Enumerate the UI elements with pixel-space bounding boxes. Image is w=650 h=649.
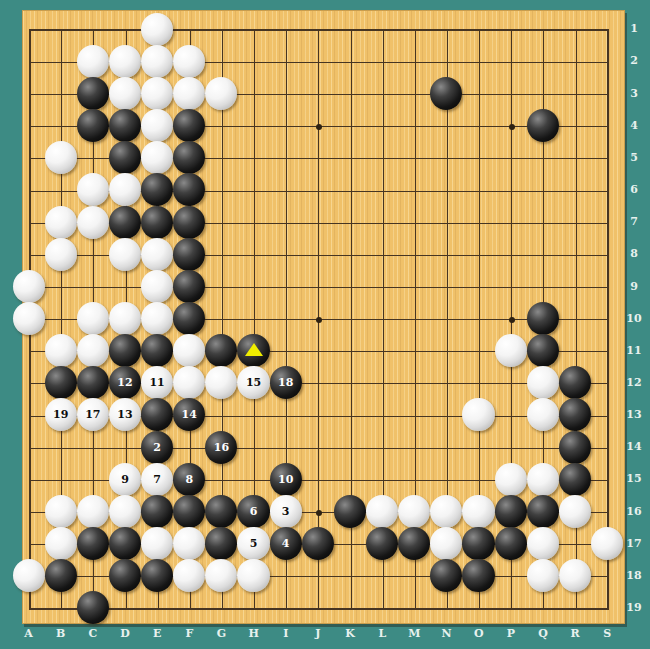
intersection-N17[interactable] bbox=[430, 527, 462, 559]
intersection-G13[interactable] bbox=[205, 399, 237, 431]
intersection-K9[interactable] bbox=[334, 270, 366, 302]
intersection-O5[interactable] bbox=[462, 142, 494, 174]
intersection-I13[interactable] bbox=[270, 399, 302, 431]
intersection-H16[interactable]: 6 bbox=[237, 495, 269, 527]
intersection-M15[interactable] bbox=[398, 463, 430, 495]
intersection-J1[interactable] bbox=[302, 13, 334, 45]
intersection-D2[interactable] bbox=[109, 45, 141, 77]
intersection-A5[interactable] bbox=[13, 142, 45, 174]
intersection-J13[interactable] bbox=[302, 399, 334, 431]
intersection-Q17[interactable] bbox=[527, 527, 559, 559]
intersection-S11[interactable] bbox=[591, 335, 623, 367]
intersection-B13[interactable]: 19 bbox=[45, 399, 77, 431]
intersection-L17[interactable] bbox=[366, 527, 398, 559]
intersection-J14[interactable] bbox=[302, 431, 334, 463]
intersection-K8[interactable] bbox=[334, 238, 366, 270]
intersection-J10[interactable] bbox=[302, 302, 334, 334]
intersection-G2[interactable] bbox=[205, 45, 237, 77]
intersection-H19[interactable] bbox=[237, 592, 269, 624]
intersection-O9[interactable] bbox=[462, 270, 494, 302]
intersection-M3[interactable] bbox=[398, 77, 430, 109]
intersection-L16[interactable] bbox=[366, 495, 398, 527]
intersection-F3[interactable] bbox=[173, 77, 205, 109]
intersection-M2[interactable] bbox=[398, 45, 430, 77]
intersection-G4[interactable] bbox=[205, 110, 237, 142]
intersection-H15[interactable] bbox=[237, 463, 269, 495]
intersection-C4[interactable] bbox=[77, 110, 109, 142]
intersection-A1[interactable] bbox=[13, 13, 45, 45]
intersection-H18[interactable] bbox=[237, 560, 269, 592]
intersection-R16[interactable] bbox=[559, 495, 591, 527]
intersection-D4[interactable] bbox=[109, 110, 141, 142]
intersection-L15[interactable] bbox=[366, 463, 398, 495]
intersection-B19[interactable] bbox=[45, 592, 77, 624]
intersection-S8[interactable] bbox=[591, 238, 623, 270]
intersection-E17[interactable] bbox=[141, 527, 173, 559]
intersection-R1[interactable] bbox=[559, 13, 591, 45]
intersection-E4[interactable] bbox=[141, 110, 173, 142]
intersection-O3[interactable] bbox=[462, 77, 494, 109]
intersection-Q18[interactable] bbox=[527, 560, 559, 592]
intersection-E14[interactable]: 2 bbox=[141, 431, 173, 463]
intersection-J5[interactable] bbox=[302, 142, 334, 174]
intersection-A15[interactable] bbox=[13, 463, 45, 495]
intersection-G8[interactable] bbox=[205, 238, 237, 270]
intersection-S14[interactable] bbox=[591, 431, 623, 463]
intersection-A3[interactable] bbox=[13, 77, 45, 109]
intersection-C10[interactable] bbox=[77, 302, 109, 334]
intersection-N10[interactable] bbox=[430, 302, 462, 334]
intersection-Q2[interactable] bbox=[527, 45, 559, 77]
intersection-B4[interactable] bbox=[45, 110, 77, 142]
intersection-C18[interactable] bbox=[77, 560, 109, 592]
intersection-E11[interactable] bbox=[141, 335, 173, 367]
intersection-E5[interactable] bbox=[141, 142, 173, 174]
intersection-R6[interactable] bbox=[559, 174, 591, 206]
intersection-B5[interactable] bbox=[45, 142, 77, 174]
intersection-G16[interactable] bbox=[205, 495, 237, 527]
intersection-A18[interactable] bbox=[13, 560, 45, 592]
intersection-M6[interactable] bbox=[398, 174, 430, 206]
intersection-H4[interactable] bbox=[237, 110, 269, 142]
intersection-Q4[interactable] bbox=[527, 110, 559, 142]
intersection-M10[interactable] bbox=[398, 302, 430, 334]
intersection-D9[interactable] bbox=[109, 270, 141, 302]
intersection-F1[interactable] bbox=[173, 13, 205, 45]
intersection-N12[interactable] bbox=[430, 367, 462, 399]
intersection-Q1[interactable] bbox=[527, 13, 559, 45]
intersection-J4[interactable] bbox=[302, 110, 334, 142]
intersection-J19[interactable] bbox=[302, 592, 334, 624]
intersection-E3[interactable] bbox=[141, 77, 173, 109]
intersection-R2[interactable] bbox=[559, 45, 591, 77]
intersection-K11[interactable] bbox=[334, 335, 366, 367]
intersection-O2[interactable] bbox=[462, 45, 494, 77]
intersection-L18[interactable] bbox=[366, 560, 398, 592]
intersection-E10[interactable] bbox=[141, 302, 173, 334]
intersection-N13[interactable] bbox=[430, 399, 462, 431]
intersection-N3[interactable] bbox=[430, 77, 462, 109]
intersection-Q13[interactable] bbox=[527, 399, 559, 431]
intersection-Q3[interactable] bbox=[527, 77, 559, 109]
intersection-B18[interactable] bbox=[45, 560, 77, 592]
intersection-P1[interactable] bbox=[495, 13, 527, 45]
intersection-R4[interactable] bbox=[559, 110, 591, 142]
intersection-L6[interactable] bbox=[366, 174, 398, 206]
intersection-F15[interactable]: 8 bbox=[173, 463, 205, 495]
intersection-K15[interactable] bbox=[334, 463, 366, 495]
intersection-K13[interactable] bbox=[334, 399, 366, 431]
intersection-K6[interactable] bbox=[334, 174, 366, 206]
intersection-P6[interactable] bbox=[495, 174, 527, 206]
intersection-J6[interactable] bbox=[302, 174, 334, 206]
intersection-I6[interactable] bbox=[270, 174, 302, 206]
intersection-C11[interactable] bbox=[77, 335, 109, 367]
intersection-E8[interactable] bbox=[141, 238, 173, 270]
intersection-S2[interactable] bbox=[591, 45, 623, 77]
intersection-F5[interactable] bbox=[173, 142, 205, 174]
intersection-O1[interactable] bbox=[462, 13, 494, 45]
intersection-G18[interactable] bbox=[205, 560, 237, 592]
intersection-R11[interactable] bbox=[559, 335, 591, 367]
intersection-D7[interactable] bbox=[109, 206, 141, 238]
intersection-J8[interactable] bbox=[302, 238, 334, 270]
intersection-N4[interactable] bbox=[430, 110, 462, 142]
intersection-I10[interactable] bbox=[270, 302, 302, 334]
intersection-M17[interactable] bbox=[398, 527, 430, 559]
intersection-H8[interactable] bbox=[237, 238, 269, 270]
intersection-F6[interactable] bbox=[173, 174, 205, 206]
intersection-O7[interactable] bbox=[462, 206, 494, 238]
intersection-I15[interactable]: 10 bbox=[270, 463, 302, 495]
intersection-H5[interactable] bbox=[237, 142, 269, 174]
intersection-P3[interactable] bbox=[495, 77, 527, 109]
intersection-O10[interactable] bbox=[462, 302, 494, 334]
intersection-E1[interactable] bbox=[141, 13, 173, 45]
intersection-B9[interactable] bbox=[45, 270, 77, 302]
intersection-M9[interactable] bbox=[398, 270, 430, 302]
intersection-J12[interactable] bbox=[302, 367, 334, 399]
intersection-A17[interactable] bbox=[13, 527, 45, 559]
intersection-A9[interactable] bbox=[13, 270, 45, 302]
intersection-D11[interactable] bbox=[109, 335, 141, 367]
intersection-R14[interactable] bbox=[559, 431, 591, 463]
intersection-N15[interactable] bbox=[430, 463, 462, 495]
intersection-H7[interactable] bbox=[237, 206, 269, 238]
intersection-K16[interactable] bbox=[334, 495, 366, 527]
intersection-S6[interactable] bbox=[591, 174, 623, 206]
intersection-I12[interactable]: 18 bbox=[270, 367, 302, 399]
intersection-G11[interactable] bbox=[205, 335, 237, 367]
intersection-M7[interactable] bbox=[398, 206, 430, 238]
intersection-B15[interactable] bbox=[45, 463, 77, 495]
intersection-L14[interactable] bbox=[366, 431, 398, 463]
intersection-N1[interactable] bbox=[430, 13, 462, 45]
intersection-P10[interactable] bbox=[495, 302, 527, 334]
intersection-L8[interactable] bbox=[366, 238, 398, 270]
intersection-F14[interactable] bbox=[173, 431, 205, 463]
intersection-F12[interactable] bbox=[173, 367, 205, 399]
intersection-G6[interactable] bbox=[205, 174, 237, 206]
intersection-G19[interactable] bbox=[205, 592, 237, 624]
intersection-J15[interactable] bbox=[302, 463, 334, 495]
intersection-G1[interactable] bbox=[205, 13, 237, 45]
intersection-G12[interactable] bbox=[205, 367, 237, 399]
intersection-S18[interactable] bbox=[591, 560, 623, 592]
intersection-L4[interactable] bbox=[366, 110, 398, 142]
intersection-L10[interactable] bbox=[366, 302, 398, 334]
intersection-S19[interactable] bbox=[591, 592, 623, 624]
intersection-A16[interactable] bbox=[13, 495, 45, 527]
intersection-O18[interactable] bbox=[462, 560, 494, 592]
intersection-B11[interactable] bbox=[45, 335, 77, 367]
intersection-P13[interactable] bbox=[495, 399, 527, 431]
intersection-K10[interactable] bbox=[334, 302, 366, 334]
intersection-O11[interactable] bbox=[462, 335, 494, 367]
intersection-P15[interactable] bbox=[495, 463, 527, 495]
intersection-C14[interactable] bbox=[77, 431, 109, 463]
intersection-H14[interactable] bbox=[237, 431, 269, 463]
intersection-F4[interactable] bbox=[173, 110, 205, 142]
intersection-K12[interactable] bbox=[334, 367, 366, 399]
intersection-O16[interactable] bbox=[462, 495, 494, 527]
intersection-D10[interactable] bbox=[109, 302, 141, 334]
intersection-A11[interactable] bbox=[13, 335, 45, 367]
intersection-D17[interactable] bbox=[109, 527, 141, 559]
intersection-N8[interactable] bbox=[430, 238, 462, 270]
intersection-E2[interactable] bbox=[141, 45, 173, 77]
intersection-D15[interactable]: 9 bbox=[109, 463, 141, 495]
intersection-N6[interactable] bbox=[430, 174, 462, 206]
intersection-K4[interactable] bbox=[334, 110, 366, 142]
intersection-Q19[interactable] bbox=[527, 592, 559, 624]
intersection-S1[interactable] bbox=[591, 13, 623, 45]
intersection-G14[interactable]: 16 bbox=[205, 431, 237, 463]
intersection-L11[interactable] bbox=[366, 335, 398, 367]
intersection-S15[interactable] bbox=[591, 463, 623, 495]
intersection-P16[interactable] bbox=[495, 495, 527, 527]
intersection-O8[interactable] bbox=[462, 238, 494, 270]
intersection-B3[interactable] bbox=[45, 77, 77, 109]
intersection-I9[interactable] bbox=[270, 270, 302, 302]
intersection-O6[interactable] bbox=[462, 174, 494, 206]
intersection-A4[interactable] bbox=[13, 110, 45, 142]
intersection-G10[interactable] bbox=[205, 302, 237, 334]
intersection-A10[interactable] bbox=[13, 302, 45, 334]
intersection-K3[interactable] bbox=[334, 77, 366, 109]
intersection-P8[interactable] bbox=[495, 238, 527, 270]
intersection-I3[interactable] bbox=[270, 77, 302, 109]
intersection-J9[interactable] bbox=[302, 270, 334, 302]
intersection-L12[interactable] bbox=[366, 367, 398, 399]
intersection-N5[interactable] bbox=[430, 142, 462, 174]
intersection-Q5[interactable] bbox=[527, 142, 559, 174]
intersection-D12[interactable]: 12 bbox=[109, 367, 141, 399]
intersection-O15[interactable] bbox=[462, 463, 494, 495]
intersection-F7[interactable] bbox=[173, 206, 205, 238]
intersection-L1[interactable] bbox=[366, 13, 398, 45]
intersection-F2[interactable] bbox=[173, 45, 205, 77]
intersection-S13[interactable] bbox=[591, 399, 623, 431]
intersection-Q16[interactable] bbox=[527, 495, 559, 527]
intersection-C2[interactable] bbox=[77, 45, 109, 77]
intersection-E15[interactable]: 7 bbox=[141, 463, 173, 495]
intersection-P18[interactable] bbox=[495, 560, 527, 592]
intersection-G5[interactable] bbox=[205, 142, 237, 174]
intersection-S9[interactable] bbox=[591, 270, 623, 302]
intersection-Q11[interactable] bbox=[527, 335, 559, 367]
intersection-F11[interactable] bbox=[173, 335, 205, 367]
intersection-C12[interactable] bbox=[77, 367, 109, 399]
intersection-J11[interactable] bbox=[302, 335, 334, 367]
intersection-Q14[interactable] bbox=[527, 431, 559, 463]
intersection-S16[interactable] bbox=[591, 495, 623, 527]
intersection-O14[interactable] bbox=[462, 431, 494, 463]
intersection-F13[interactable]: 14 bbox=[173, 399, 205, 431]
intersection-H6[interactable] bbox=[237, 174, 269, 206]
intersection-L13[interactable] bbox=[366, 399, 398, 431]
intersection-K2[interactable] bbox=[334, 45, 366, 77]
intersection-C8[interactable] bbox=[77, 238, 109, 270]
intersection-R12[interactable] bbox=[559, 367, 591, 399]
intersection-E13[interactable] bbox=[141, 399, 173, 431]
intersection-R18[interactable] bbox=[559, 560, 591, 592]
intersection-Q6[interactable] bbox=[527, 174, 559, 206]
intersection-M16[interactable] bbox=[398, 495, 430, 527]
intersection-J17[interactable] bbox=[302, 527, 334, 559]
intersection-O13[interactable] bbox=[462, 399, 494, 431]
intersection-R17[interactable] bbox=[559, 527, 591, 559]
intersection-F16[interactable] bbox=[173, 495, 205, 527]
intersection-R3[interactable] bbox=[559, 77, 591, 109]
intersection-D14[interactable] bbox=[109, 431, 141, 463]
intersection-D18[interactable] bbox=[109, 560, 141, 592]
intersection-Q8[interactable] bbox=[527, 238, 559, 270]
intersection-I4[interactable] bbox=[270, 110, 302, 142]
intersection-C9[interactable] bbox=[77, 270, 109, 302]
intersection-P19[interactable] bbox=[495, 592, 527, 624]
intersection-S4[interactable] bbox=[591, 110, 623, 142]
intersection-B8[interactable] bbox=[45, 238, 77, 270]
intersection-C15[interactable] bbox=[77, 463, 109, 495]
intersection-I8[interactable] bbox=[270, 238, 302, 270]
intersection-M1[interactable] bbox=[398, 13, 430, 45]
intersection-C5[interactable] bbox=[77, 142, 109, 174]
intersection-M19[interactable] bbox=[398, 592, 430, 624]
intersection-H3[interactable] bbox=[237, 77, 269, 109]
intersection-L5[interactable] bbox=[366, 142, 398, 174]
intersection-O12[interactable] bbox=[462, 367, 494, 399]
intersection-M13[interactable] bbox=[398, 399, 430, 431]
intersection-J3[interactable] bbox=[302, 77, 334, 109]
intersection-I2[interactable] bbox=[270, 45, 302, 77]
intersection-E6[interactable] bbox=[141, 174, 173, 206]
intersection-P11[interactable] bbox=[495, 335, 527, 367]
intersection-Q15[interactable] bbox=[527, 463, 559, 495]
intersection-C1[interactable] bbox=[77, 13, 109, 45]
intersection-Q10[interactable] bbox=[527, 302, 559, 334]
intersection-H17[interactable]: 5 bbox=[237, 527, 269, 559]
intersection-D13[interactable]: 13 bbox=[109, 399, 141, 431]
intersection-A6[interactable] bbox=[13, 174, 45, 206]
intersection-F10[interactable] bbox=[173, 302, 205, 334]
intersection-K7[interactable] bbox=[334, 206, 366, 238]
intersection-N16[interactable] bbox=[430, 495, 462, 527]
intersection-B12[interactable] bbox=[45, 367, 77, 399]
intersection-K5[interactable] bbox=[334, 142, 366, 174]
intersection-A19[interactable] bbox=[13, 592, 45, 624]
intersection-D3[interactable] bbox=[109, 77, 141, 109]
intersection-F18[interactable] bbox=[173, 560, 205, 592]
intersection-D19[interactable] bbox=[109, 592, 141, 624]
intersection-A8[interactable] bbox=[13, 238, 45, 270]
intersection-E9[interactable] bbox=[141, 270, 173, 302]
intersection-A12[interactable] bbox=[13, 367, 45, 399]
intersection-N14[interactable] bbox=[430, 431, 462, 463]
intersection-I19[interactable] bbox=[270, 592, 302, 624]
intersection-F19[interactable] bbox=[173, 592, 205, 624]
intersection-G17[interactable] bbox=[205, 527, 237, 559]
intersection-H12[interactable]: 15 bbox=[237, 367, 269, 399]
intersection-F9[interactable] bbox=[173, 270, 205, 302]
intersection-H11[interactable] bbox=[237, 335, 269, 367]
intersection-B1[interactable] bbox=[45, 13, 77, 45]
intersection-E7[interactable] bbox=[141, 206, 173, 238]
intersection-K14[interactable] bbox=[334, 431, 366, 463]
intersection-P9[interactable] bbox=[495, 270, 527, 302]
intersection-H1[interactable] bbox=[237, 13, 269, 45]
intersection-H10[interactable] bbox=[237, 302, 269, 334]
intersection-G7[interactable] bbox=[205, 206, 237, 238]
intersection-C17[interactable] bbox=[77, 527, 109, 559]
intersection-O19[interactable] bbox=[462, 592, 494, 624]
intersection-I7[interactable] bbox=[270, 206, 302, 238]
intersection-S5[interactable] bbox=[591, 142, 623, 174]
intersection-O4[interactable] bbox=[462, 110, 494, 142]
intersection-B14[interactable] bbox=[45, 431, 77, 463]
intersection-I11[interactable] bbox=[270, 335, 302, 367]
intersection-S17[interactable] bbox=[591, 527, 623, 559]
intersection-K19[interactable] bbox=[334, 592, 366, 624]
intersection-G3[interactable] bbox=[205, 77, 237, 109]
intersection-L9[interactable] bbox=[366, 270, 398, 302]
intersection-E12[interactable]: 11 bbox=[141, 367, 173, 399]
intersection-D6[interactable] bbox=[109, 174, 141, 206]
intersection-Q7[interactable] bbox=[527, 206, 559, 238]
intersection-D5[interactable] bbox=[109, 142, 141, 174]
intersection-O17[interactable] bbox=[462, 527, 494, 559]
intersection-B16[interactable] bbox=[45, 495, 77, 527]
intersection-N2[interactable] bbox=[430, 45, 462, 77]
intersection-D1[interactable] bbox=[109, 13, 141, 45]
intersection-N11[interactable] bbox=[430, 335, 462, 367]
intersection-L7[interactable] bbox=[366, 206, 398, 238]
intersection-H13[interactable] bbox=[237, 399, 269, 431]
intersection-K1[interactable] bbox=[334, 13, 366, 45]
intersection-C13[interactable]: 17 bbox=[77, 399, 109, 431]
intersection-M12[interactable] bbox=[398, 367, 430, 399]
intersection-G9[interactable] bbox=[205, 270, 237, 302]
intersection-R19[interactable] bbox=[559, 592, 591, 624]
intersection-E19[interactable] bbox=[141, 592, 173, 624]
intersection-K17[interactable] bbox=[334, 527, 366, 559]
intersection-N7[interactable] bbox=[430, 206, 462, 238]
intersection-R9[interactable] bbox=[559, 270, 591, 302]
intersection-I5[interactable] bbox=[270, 142, 302, 174]
intersection-S3[interactable] bbox=[591, 77, 623, 109]
intersection-N9[interactable] bbox=[430, 270, 462, 302]
intersection-A13[interactable] bbox=[13, 399, 45, 431]
